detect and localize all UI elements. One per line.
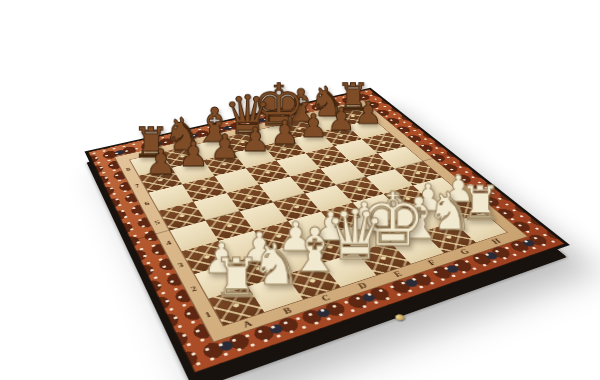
chess-set-photo: 87654321 ABCDEFGH ♜♞♝♛♚♝♞♜♟♟♟♟♟♟♟♟♟♟♟♟♟♟… — [0, 0, 600, 380]
white-rook-a1[interactable]: ♜ — [209, 251, 263, 305]
board-3d-wrapper: 87654321 ABCDEFGH ♜♞♝♛♚♝♞♜♟♟♟♟♟♟♟♟♟♟♟♟♟♟… — [85, 88, 570, 378]
brass-clasp — [394, 313, 406, 321]
black-pawn-a7[interactable]: ♟ — [139, 145, 182, 180]
